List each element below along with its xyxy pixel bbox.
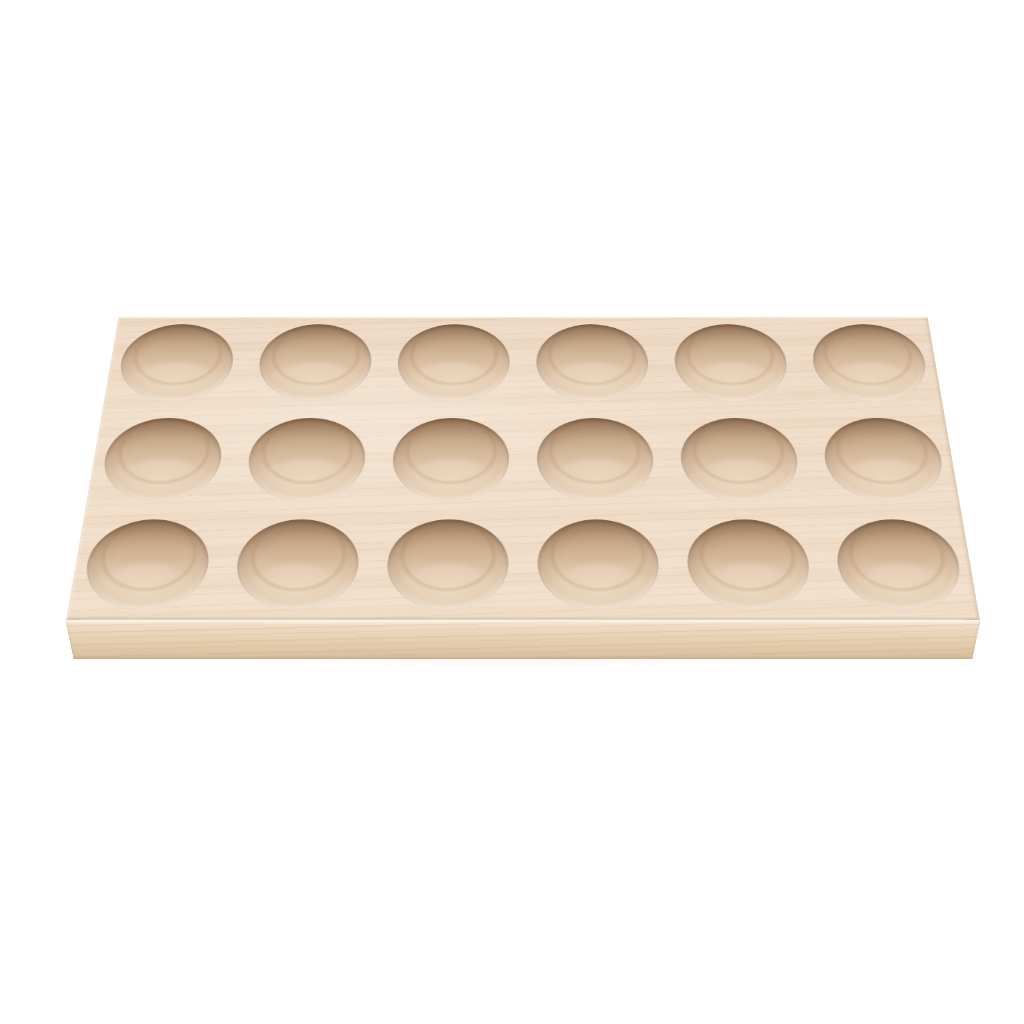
pit-r2c1[interactable] xyxy=(98,418,226,501)
board-scene xyxy=(94,249,952,669)
pit-r1c6[interactable] xyxy=(809,324,932,401)
pit-r2c3[interactable] xyxy=(391,418,509,501)
pit-r2c6[interactable] xyxy=(820,418,948,501)
pit-r2c4[interactable] xyxy=(537,418,655,501)
pit-r2c5[interactable] xyxy=(678,418,801,501)
pit-r3c4[interactable] xyxy=(537,519,661,610)
board-top-face xyxy=(66,317,980,620)
pit-r1c5[interactable] xyxy=(672,324,790,401)
pit-r3c3[interactable] xyxy=(385,519,509,610)
pit-r3c5[interactable] xyxy=(685,519,814,610)
pit-r3c1[interactable] xyxy=(80,519,214,610)
pit-r1c3[interactable] xyxy=(396,324,510,401)
product-photo-stage xyxy=(0,0,1024,1024)
pit-r3c2[interactable] xyxy=(232,519,361,610)
mancala-board xyxy=(66,317,980,620)
pit-r1c4[interactable] xyxy=(536,324,650,401)
pit-r1c2[interactable] xyxy=(255,324,373,401)
pit-r1c1[interactable] xyxy=(115,324,238,401)
pit-r2c2[interactable] xyxy=(244,418,367,501)
pit-r3c6[interactable] xyxy=(832,519,966,610)
board-front-edge xyxy=(65,620,981,659)
pit-grid xyxy=(66,317,980,620)
